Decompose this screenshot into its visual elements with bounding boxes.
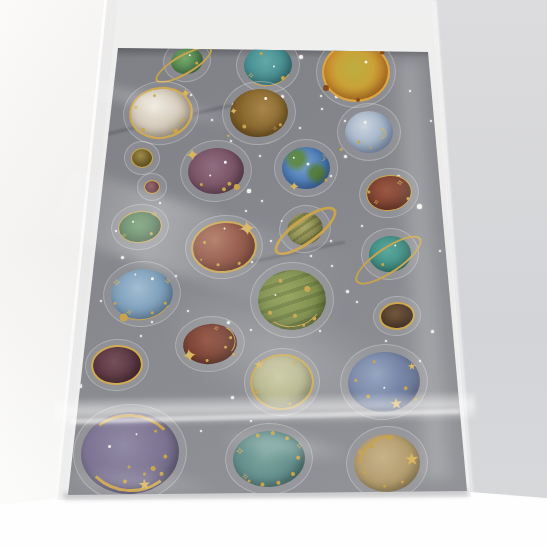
- star-dot: [430, 120, 432, 122]
- sticker-blue-stars: ✧✧✧: [99, 256, 184, 331]
- star-dot: [331, 265, 333, 267]
- sticker-plum: [83, 336, 151, 393]
- gold-dot: [323, 85, 329, 91]
- star-dot: [439, 250, 442, 253]
- star-dot: [310, 255, 313, 258]
- star-dot: [385, 340, 388, 343]
- star-dot: [319, 330, 322, 333]
- sticker-red-star: ✦✧: [172, 312, 248, 376]
- sticker-blue-moon: ☽: [337, 103, 401, 161]
- sticker-brown-small: [371, 294, 423, 339]
- star5-icon: ★: [389, 396, 404, 412]
- star-dot: [200, 430, 202, 432]
- gold-dot: [367, 190, 370, 193]
- planet-red-sparkle: [363, 172, 414, 214]
- white-dot: [364, 121, 367, 124]
- gold-dot: [238, 262, 241, 265]
- star-dot: [346, 290, 349, 293]
- crescent-icon: ☽: [318, 154, 326, 163]
- white-dot: [280, 220, 283, 223]
- star4-icon: ✦: [133, 105, 140, 113]
- white-dot: [108, 445, 111, 448]
- planet-plum: [89, 342, 144, 386]
- sticker-brown-swirl: ✦✧: [219, 77, 299, 148]
- planet-ring: [268, 199, 343, 264]
- sticker-teal-ringed: [359, 226, 420, 282]
- sticker-olive-small: [124, 141, 160, 175]
- star5-icon: ★: [253, 358, 265, 371]
- sparkle-icon: ✧: [121, 232, 128, 240]
- star-dot: [100, 300, 103, 303]
- white-dot: [264, 97, 267, 100]
- gold-dot: [358, 141, 361, 144]
- sticker-green-oval: ✧✧: [108, 200, 172, 254]
- planet-steel-blue: [346, 349, 423, 415]
- star-dot: [159, 202, 161, 204]
- planet-tiny-mauve: [144, 180, 160, 194]
- star-dot: [140, 335, 142, 337]
- star-dot: [321, 108, 323, 110]
- gold-dot: [195, 61, 198, 64]
- star-dot: [409, 90, 412, 93]
- star-dot: [299, 127, 301, 129]
- star5-icon: ★: [407, 361, 417, 372]
- sparkle-icon: ✧: [150, 210, 159, 220]
- star-dot: [211, 119, 213, 121]
- star-dot: [250, 329, 252, 331]
- star4-icon: ✦: [289, 180, 300, 193]
- gold-dot: [232, 353, 235, 356]
- sticker-teal-big: ✧✧✧: [223, 421, 315, 498]
- gold-dot: [325, 179, 328, 182]
- star5-icon: ★: [404, 450, 420, 468]
- sticker-tan-big: ★✧: [344, 423, 431, 503]
- sticker-earth: ✦☽: [274, 139, 338, 197]
- star-dot: [270, 240, 273, 243]
- gold-dot: [150, 232, 153, 235]
- crescent-icon: ☽: [374, 127, 387, 142]
- star-dot: [121, 256, 124, 259]
- gold-dot: [260, 482, 264, 486]
- star-dot: [417, 204, 422, 209]
- star-dot: [320, 95, 322, 97]
- star-dot: [231, 396, 234, 399]
- gold-dot: [296, 456, 300, 460]
- star5-icon: ★: [137, 477, 151, 493]
- gold-dot: [356, 98, 360, 102]
- gold-dot: [233, 184, 240, 191]
- star-dot: [356, 301, 358, 303]
- star-dot: [250, 420, 253, 423]
- star-dot: [245, 210, 247, 212]
- gold-dot: [288, 402, 291, 405]
- star-dot: [344, 155, 347, 158]
- gold-dot: [414, 398, 417, 401]
- star-dot: [259, 155, 261, 157]
- sticker-tiny-mauve: [137, 173, 167, 201]
- gold-dot: [203, 241, 206, 244]
- gold-dot: [291, 472, 295, 476]
- gold-dot: [276, 481, 280, 485]
- gold-dot: [255, 390, 258, 393]
- star-dot: [187, 310, 190, 313]
- star4-icon: ✦: [236, 217, 257, 241]
- white-dot: [365, 61, 368, 64]
- planet-brown-small: [378, 300, 417, 332]
- star4-icon: ✦: [229, 106, 238, 117]
- white-dot: [224, 161, 227, 164]
- white-dot: [307, 163, 310, 166]
- star-dot: [361, 225, 363, 227]
- sparkle-icon: ✧: [295, 441, 304, 451]
- sparkle-icon: ✧: [357, 449, 364, 457]
- sparkle-icon: ✧: [235, 446, 245, 457]
- sticker-pale-sage: ★: [242, 345, 323, 418]
- gold-arc: [257, 268, 327, 332]
- gold-arc: [105, 261, 180, 327]
- sticker-red-big: ✦: [181, 210, 266, 283]
- sticker-olive-big: [247, 259, 336, 341]
- sticker-saturn: [273, 199, 336, 259]
- star-dot: [261, 200, 264, 203]
- star-dot: [247, 189, 250, 192]
- star-dot: [431, 330, 434, 333]
- planet-olive-small: [131, 148, 153, 168]
- star-dot: [299, 55, 303, 59]
- star4-icon: ✦: [179, 86, 192, 100]
- sticker-silver: ✦✦: [119, 76, 203, 150]
- sparkle-icon: ✧: [372, 198, 380, 207]
- sticker-red-sparkle: ✧✧: [356, 164, 422, 222]
- photo-of-planet-sticker-sheet: ✦✦✦✧✧✦✦✦✧☽✦✦☽✧✧✧✧✦✧✧✧✦✧★★★★✧✧✧★✧: [0, 0, 547, 547]
- sparkle-icon: ✧: [272, 126, 279, 134]
- sticker-steel-blue: ★★: [337, 340, 431, 423]
- gold-dot: [285, 436, 289, 440]
- sticker-purple-big: ★: [70, 400, 191, 506]
- gold-dot: [271, 431, 275, 435]
- star-dot: [330, 240, 332, 242]
- star4-icon: ✦: [184, 146, 200, 164]
- sparkle-icon: ✧: [395, 178, 404, 188]
- sticker-purple: ✦: [177, 136, 255, 205]
